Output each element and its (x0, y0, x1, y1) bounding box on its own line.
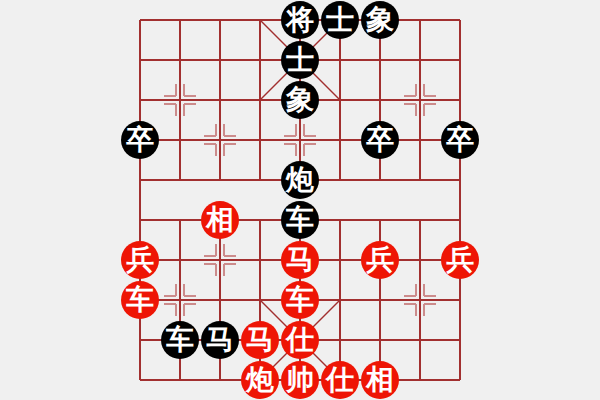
piece-red-chariot-1[interactable]: 车 (121, 281, 159, 319)
piece-red-general[interactable]: 帅 (281, 361, 319, 399)
piece-red-soldier-2[interactable]: 兵 (361, 241, 399, 279)
xiangqi-board: 将士象士象卒卒卒炮车车马相兵马兵兵车车马仕炮帅仕相 (0, 0, 600, 400)
piece-black-elephant-2[interactable]: 象 (281, 81, 319, 119)
piece-black-soldier-3[interactable]: 卒 (441, 121, 479, 159)
piece-red-soldier-1[interactable]: 兵 (121, 241, 159, 279)
piece-red-elephant-1[interactable]: 相 (201, 201, 239, 239)
piece-black-chariot-2[interactable]: 车 (161, 321, 199, 359)
piece-red-advisor-2[interactable]: 仕 (321, 361, 359, 399)
piece-black-soldier-2[interactable]: 卒 (361, 121, 399, 159)
piece-black-elephant-1[interactable]: 象 (361, 1, 399, 39)
piece-black-advisor-2[interactable]: 士 (281, 41, 319, 79)
piece-black-cannon[interactable]: 炮 (281, 161, 319, 199)
piece-layer[interactable]: 将士象士象卒卒卒炮车车马相兵马兵兵车车马仕炮帅仕相 (120, 0, 480, 400)
piece-red-soldier-3[interactable]: 兵 (441, 241, 479, 279)
piece-black-chariot-1[interactable]: 车 (281, 201, 319, 239)
piece-red-elephant-2[interactable]: 相 (361, 361, 399, 399)
piece-red-horse-1[interactable]: 马 (281, 241, 319, 279)
piece-red-advisor-1[interactable]: 仕 (281, 321, 319, 359)
piece-black-general[interactable]: 将 (281, 1, 319, 39)
piece-black-horse[interactable]: 马 (201, 321, 239, 359)
piece-black-advisor-1[interactable]: 士 (321, 1, 359, 39)
piece-red-chariot-2[interactable]: 车 (281, 281, 319, 319)
piece-black-soldier-1[interactable]: 卒 (121, 121, 159, 159)
piece-red-horse-2[interactable]: 马 (241, 321, 279, 359)
piece-red-cannon[interactable]: 炮 (241, 361, 279, 399)
